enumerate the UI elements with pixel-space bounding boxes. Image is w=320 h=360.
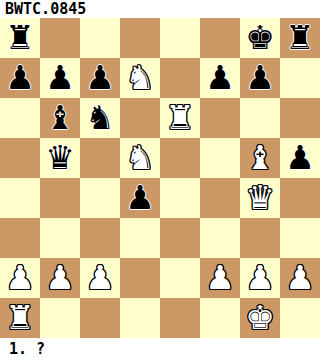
square-a8[interactable]: ♜ — [0, 18, 40, 58]
white-rook-e6: ♜ — [165, 98, 195, 138]
move-prompt: 1. ? — [0, 338, 320, 360]
square-h2[interactable]: ♟ — [280, 258, 320, 298]
square-a7[interactable]: ♟ — [0, 58, 40, 98]
square-d8[interactable] — [120, 18, 160, 58]
square-c6[interactable]: ♞ — [80, 98, 120, 138]
square-a5[interactable] — [0, 138, 40, 178]
square-b4[interactable] — [40, 178, 80, 218]
square-b1[interactable] — [40, 298, 80, 338]
black-knight-c6: ♞ — [85, 98, 115, 138]
square-f7[interactable]: ♟ — [200, 58, 240, 98]
white-bishop-g5: ♝ — [245, 138, 275, 178]
black-pawn-a7: ♟ — [5, 58, 35, 98]
square-e6[interactable]: ♜ — [160, 98, 200, 138]
square-a3[interactable] — [0, 218, 40, 258]
square-a6[interactable] — [0, 98, 40, 138]
square-h1[interactable] — [280, 298, 320, 338]
square-h4[interactable] — [280, 178, 320, 218]
square-c4[interactable] — [80, 178, 120, 218]
square-d1[interactable] — [120, 298, 160, 338]
square-b3[interactable] — [40, 218, 80, 258]
square-e8[interactable] — [160, 18, 200, 58]
square-a4[interactable] — [0, 178, 40, 218]
puzzle-title: BWTC.0845 — [0, 0, 320, 18]
square-d7[interactable]: ♞ — [120, 58, 160, 98]
white-pawn-a2: ♟ — [5, 258, 35, 298]
square-c7[interactable]: ♟ — [80, 58, 120, 98]
black-pawn-h5: ♟ — [285, 138, 315, 178]
white-knight-d5: ♞ — [125, 138, 155, 178]
square-e2[interactable] — [160, 258, 200, 298]
black-king-g8: ♚ — [245, 18, 275, 58]
square-d4[interactable]: ♟ — [120, 178, 160, 218]
white-pawn-f2: ♟ — [205, 258, 235, 298]
chess-board: ♜♚♜♟♟♟♞♟♟♝♞♜♛♞♝♟♟♛♟♟♟♟♟♟♜♚ — [0, 18, 320, 338]
square-f6[interactable] — [200, 98, 240, 138]
square-e5[interactable] — [160, 138, 200, 178]
square-e7[interactable] — [160, 58, 200, 98]
square-h8[interactable]: ♜ — [280, 18, 320, 58]
square-b2[interactable]: ♟ — [40, 258, 80, 298]
square-c3[interactable] — [80, 218, 120, 258]
square-b7[interactable]: ♟ — [40, 58, 80, 98]
square-c2[interactable]: ♟ — [80, 258, 120, 298]
square-c8[interactable] — [80, 18, 120, 58]
square-f4[interactable] — [200, 178, 240, 218]
square-g8[interactable]: ♚ — [240, 18, 280, 58]
black-queen-b5: ♛ — [45, 138, 75, 178]
black-pawn-b7: ♟ — [45, 58, 75, 98]
square-e3[interactable] — [160, 218, 200, 258]
black-rook-h8: ♜ — [285, 18, 315, 58]
square-h3[interactable] — [280, 218, 320, 258]
white-pawn-h2: ♟ — [285, 258, 315, 298]
square-b6[interactable]: ♝ — [40, 98, 80, 138]
square-e1[interactable] — [160, 298, 200, 338]
square-g6[interactable] — [240, 98, 280, 138]
square-h6[interactable] — [280, 98, 320, 138]
square-f1[interactable] — [200, 298, 240, 338]
white-pawn-b2: ♟ — [45, 258, 75, 298]
black-pawn-g7: ♟ — [245, 58, 275, 98]
chess-puzzle-app: BWTC.0845 ♜♚♜♟♟♟♞♟♟♝♞♜♛♞♝♟♟♛♟♟♟♟♟♟♜♚ 1. … — [0, 0, 320, 360]
square-g1[interactable]: ♚ — [240, 298, 280, 338]
square-f2[interactable]: ♟ — [200, 258, 240, 298]
square-g3[interactable] — [240, 218, 280, 258]
black-pawn-f7: ♟ — [205, 58, 235, 98]
square-d2[interactable] — [120, 258, 160, 298]
black-rook-a8: ♜ — [5, 18, 35, 58]
black-pawn-d4: ♟ — [125, 178, 155, 218]
white-rook-a1: ♜ — [5, 298, 35, 338]
square-h7[interactable] — [280, 58, 320, 98]
square-g7[interactable]: ♟ — [240, 58, 280, 98]
square-a2[interactable]: ♟ — [0, 258, 40, 298]
square-f3[interactable] — [200, 218, 240, 258]
square-d5[interactable]: ♞ — [120, 138, 160, 178]
square-d3[interactable] — [120, 218, 160, 258]
white-knight-d7: ♞ — [125, 58, 155, 98]
square-e4[interactable] — [160, 178, 200, 218]
square-h5[interactable]: ♟ — [280, 138, 320, 178]
black-pawn-c7: ♟ — [85, 58, 115, 98]
square-f8[interactable] — [200, 18, 240, 58]
square-g4[interactable]: ♛ — [240, 178, 280, 218]
square-f5[interactable] — [200, 138, 240, 178]
square-d6[interactable] — [120, 98, 160, 138]
square-c5[interactable] — [80, 138, 120, 178]
square-b8[interactable] — [40, 18, 80, 58]
white-pawn-g2: ♟ — [245, 258, 275, 298]
black-bishop-b6: ♝ — [45, 98, 75, 138]
square-c1[interactable] — [80, 298, 120, 338]
white-pawn-c2: ♟ — [85, 258, 115, 298]
white-king-g1: ♚ — [245, 298, 275, 338]
white-queen-g4: ♛ — [245, 178, 275, 218]
square-b5[interactable]: ♛ — [40, 138, 80, 178]
square-a1[interactable]: ♜ — [0, 298, 40, 338]
square-g2[interactable]: ♟ — [240, 258, 280, 298]
square-g5[interactable]: ♝ — [240, 138, 280, 178]
